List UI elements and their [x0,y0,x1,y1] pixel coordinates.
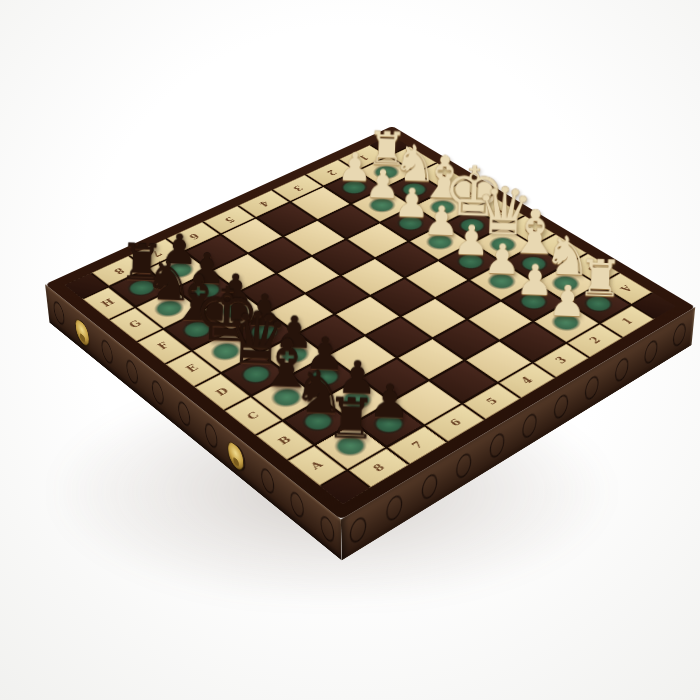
piece-black-rook[interactable]: ♜ [300,389,402,448]
perspective-container: HGFEDCBA1♜♞♝♚♛♝♞♜12♟♟♟♟♟♟♟♟2334455667♟♟♟… [0,0,700,700]
square-a2[interactable]: ♟ [535,303,598,341]
board-grid: HGFEDCBA1♜♞♝♚♛♝♞♜12♟♟♟♟♟♟♟♟2334455667♟♟♟… [65,135,676,504]
scene-tilt: HGFEDCBA1♜♞♝♚♛♝♞♜12♟♟♟♟♟♟♟♟2334455667♟♟♟… [0,0,700,700]
brass-clasp-icon [228,440,244,474]
chess-board: HGFEDCBA1♜♞♝♚♛♝♞♜12♟♟♟♟♟♟♟♟2334455667♟♟♟… [45,126,695,519]
brass-clasp-icon [75,317,90,349]
product-photo-scene: HGFEDCBA1♜♞♝♚♛♝♞♜12♟♟♟♟♟♟♟♟2334455667♟♟♟… [0,0,700,700]
piece-white-pawn[interactable]: ♟ [521,278,614,324]
